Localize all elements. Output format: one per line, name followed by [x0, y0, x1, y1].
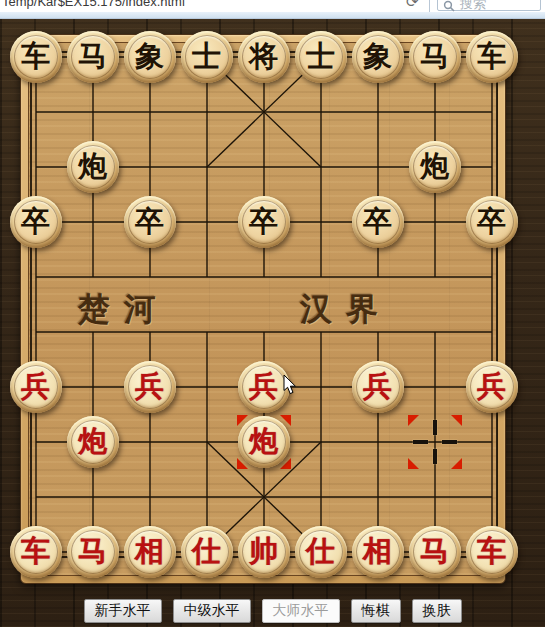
piece-character: 相: [135, 537, 164, 566]
piece-character: 帅: [249, 537, 278, 566]
piece-face: 帅: [242, 530, 286, 574]
crosshair-icon: [442, 440, 457, 444]
piece-character: 马: [420, 42, 449, 71]
piece-character: 仕: [192, 537, 221, 566]
piece-character: 将: [249, 42, 278, 71]
red-advisor-piece[interactable]: 仕: [181, 526, 233, 578]
marker-corner-icon: [408, 415, 419, 426]
page: { "game": "xiangqi", "position": { "fen"…: [0, 0, 545, 627]
piece-character: 车: [477, 42, 506, 71]
piece-face: 马: [413, 35, 457, 79]
novice-level-button[interactable]: 新手水平: [84, 599, 162, 623]
intermediate-level-button[interactable]: 中级水平: [173, 599, 251, 623]
piece-face: 车: [470, 530, 514, 574]
piece-character: 兵: [21, 372, 50, 401]
piece-character: 马: [420, 537, 449, 566]
black-horse-piece[interactable]: 马: [409, 31, 461, 83]
piece-face: 卒: [14, 200, 58, 244]
piece-face: 仕: [299, 530, 343, 574]
piece-face: 相: [128, 530, 172, 574]
intersection-0-0[interactable]: 车: [7, 29, 64, 84]
intersection-3-0[interactable]: 士: [178, 29, 235, 84]
piece-character: 象: [135, 42, 164, 71]
piece-character: 士: [306, 42, 335, 71]
intersection-2-0[interactable]: 象: [121, 29, 178, 84]
move-origin-marker: [407, 414, 463, 470]
red-chariot-piece[interactable]: 车: [466, 526, 518, 578]
intersection-6-3[interactable]: 卒: [349, 194, 406, 249]
black-soldier-piece[interactable]: 卒: [124, 196, 176, 248]
piece-character: 兵: [477, 372, 506, 401]
marker-corner-icon: [451, 458, 462, 469]
intersection-3-9[interactable]: 仕: [178, 524, 235, 579]
controls-bar: 新手水平中级水平大师水平悔棋换肤: [0, 599, 545, 623]
black-soldier-piece[interactable]: 卒: [352, 196, 404, 248]
black-advisor-piece[interactable]: 士: [295, 31, 347, 83]
piece-face: 兵: [470, 365, 514, 409]
piece-character: 兵: [363, 372, 392, 401]
intersection-6-9[interactable]: 相: [349, 524, 406, 579]
piece-character: 卒: [249, 207, 278, 236]
piece-face: 卒: [356, 200, 400, 244]
red-chariot-piece[interactable]: 车: [10, 526, 62, 578]
intersection-8-6[interactable]: 兵: [463, 359, 520, 414]
intersection-7-0[interactable]: 马: [406, 29, 463, 84]
red-soldier-piece[interactable]: 兵: [10, 361, 62, 413]
red-elephant-piece[interactable]: 相: [124, 526, 176, 578]
change-skin-button[interactable]: 换肤: [412, 599, 462, 623]
intersection-1-2[interactable]: 炮: [64, 139, 121, 194]
black-cannon-piece[interactable]: 炮: [409, 141, 461, 193]
piece-character: 相: [363, 537, 392, 566]
master-level-button[interactable]: 大师水平: [262, 599, 340, 623]
red-elephant-piece[interactable]: 相: [352, 526, 404, 578]
refresh-icon[interactable]: ⟳: [406, 0, 419, 11]
piece-character: 卒: [21, 207, 50, 236]
intersection-2-9[interactable]: 相: [121, 524, 178, 579]
undo-move-button[interactable]: 悔棋: [351, 599, 401, 623]
address-text: Temp/Kar$EX15.175/index.html: [2, 0, 185, 9]
piece-face: 兵: [356, 365, 400, 409]
piece-face: 马: [413, 530, 457, 574]
intersection-5-9[interactable]: 仕: [292, 524, 349, 579]
piece-face: 马: [71, 530, 115, 574]
red-advisor-piece[interactable]: 仕: [295, 526, 347, 578]
piece-face: 炮: [71, 420, 115, 464]
piece-character: 象: [363, 42, 392, 71]
piece-character: 兵: [135, 372, 164, 401]
board-grid: 车马象士将士象马车炮炮卒卒卒卒卒兵兵兵兵兵炮炮车马相仕帅仕相马车: [7, 29, 520, 579]
red-soldier-piece[interactable]: 兵: [238, 361, 290, 413]
piece-face: 士: [299, 35, 343, 79]
piece-character: 马: [78, 42, 107, 71]
piece-character: 卒: [477, 207, 506, 236]
intersection-4-0[interactable]: 将: [235, 29, 292, 84]
piece-character: 车: [21, 42, 50, 71]
red-cannon-piece[interactable]: 炮: [238, 416, 290, 468]
intersection-4-9[interactable]: 帅: [235, 524, 292, 579]
piece-face: 卒: [128, 200, 172, 244]
piece-face: 卒: [470, 200, 514, 244]
intersection-1-7[interactable]: 炮: [64, 414, 121, 469]
search-box[interactable]: 搜索: [437, 0, 541, 11]
search-icon: [443, 0, 455, 12]
black-elephant-piece[interactable]: 象: [124, 31, 176, 83]
piece-character: 炮: [78, 427, 107, 456]
intersection-2-3[interactable]: 卒: [121, 194, 178, 249]
intersection-5-0[interactable]: 士: [292, 29, 349, 84]
red-cannon-piece[interactable]: 炮: [67, 416, 119, 468]
black-soldier-piece[interactable]: 卒: [466, 196, 518, 248]
marker-corner-icon: [408, 458, 419, 469]
intersection-8-0[interactable]: 车: [463, 29, 520, 84]
piece-face: 象: [128, 35, 172, 79]
piece-character: 马: [78, 537, 107, 566]
intersection-0-6[interactable]: 兵: [7, 359, 64, 414]
intersection-7-9[interactable]: 马: [406, 524, 463, 579]
red-soldier-piece[interactable]: 兵: [352, 361, 404, 413]
piece-face: 相: [356, 530, 400, 574]
black-elephant-piece[interactable]: 象: [352, 31, 404, 83]
search-placeholder: 搜索: [460, 0, 486, 12]
intersection-0-3[interactable]: 卒: [7, 194, 64, 249]
intersection-7-2[interactable]: 炮: [406, 139, 463, 194]
toolbar-edge: [0, 12, 545, 19]
piece-face: 马: [71, 35, 115, 79]
marker-corner-icon: [451, 415, 462, 426]
piece-character: 炮: [420, 152, 449, 181]
intersection-0-9[interactable]: 车: [7, 524, 64, 579]
piece-character: 炮: [78, 152, 107, 181]
piece-character: 炮: [249, 427, 278, 456]
red-soldier-piece[interactable]: 兵: [124, 361, 176, 413]
intersection-6-0[interactable]: 象: [349, 29, 406, 84]
piece-face: 炮: [413, 145, 457, 189]
black-soldier-piece[interactable]: 卒: [238, 196, 290, 248]
piece-character: 仕: [306, 537, 335, 566]
piece-face: 仕: [185, 530, 229, 574]
intersection-8-9[interactable]: 车: [463, 524, 520, 579]
piece-face: 炮: [242, 420, 286, 464]
piece-character: 卒: [363, 207, 392, 236]
piece-face: 车: [470, 35, 514, 79]
piece-face: 象: [356, 35, 400, 79]
piece-face: 卒: [242, 200, 286, 244]
piece-character: 车: [21, 537, 50, 566]
intersection-4-6[interactable]: 兵: [235, 359, 292, 414]
crosshair-icon: [433, 420, 437, 435]
intersection-8-3[interactable]: 卒: [463, 194, 520, 249]
intersection-4-3[interactable]: 卒: [235, 194, 292, 249]
red-general-piece[interactable]: 帅: [238, 526, 290, 578]
intersection-6-6[interactable]: 兵: [349, 359, 406, 414]
move-origin-marker-cell: [406, 414, 463, 469]
piece-face: 兵: [14, 365, 58, 409]
piece-character: 士: [192, 42, 221, 71]
piece-face: 炮: [71, 145, 115, 189]
black-advisor-piece[interactable]: 士: [181, 31, 233, 83]
intersection-1-0[interactable]: 马: [64, 29, 121, 84]
black-soldier-piece[interactable]: 卒: [10, 196, 62, 248]
piece-face: 兵: [242, 365, 286, 409]
black-general-piece[interactable]: 将: [238, 31, 290, 83]
black-horse-piece[interactable]: 马: [67, 31, 119, 83]
piece-face: 士: [185, 35, 229, 79]
piece-character: 兵: [249, 372, 278, 401]
piece-character: 卒: [135, 207, 164, 236]
piece-face: 兵: [128, 365, 172, 409]
black-chariot-piece[interactable]: 车: [466, 31, 518, 83]
black-cannon-piece[interactable]: 炮: [67, 141, 119, 193]
red-horse-piece[interactable]: 马: [409, 526, 461, 578]
crosshair-icon: [413, 440, 428, 444]
intersection-2-6[interactable]: 兵: [121, 359, 178, 414]
piece-face: 车: [14, 35, 58, 79]
piece-face: 将: [242, 35, 286, 79]
crosshair-icon: [433, 449, 437, 464]
red-horse-piece[interactable]: 马: [67, 526, 119, 578]
intersection-1-9[interactable]: 马: [64, 524, 121, 579]
black-chariot-piece[interactable]: 车: [10, 31, 62, 83]
address-field[interactable]: Temp/Kar$EX15.175/index.html ⟳: [0, 0, 430, 12]
browser-address-bar: Temp/Kar$EX15.175/index.html ⟳ 搜索: [0, 0, 545, 12]
intersection-4-7[interactable]: 炮: [235, 414, 292, 469]
piece-character: 车: [477, 537, 506, 566]
red-soldier-piece[interactable]: 兵: [466, 361, 518, 413]
piece-face: 车: [14, 530, 58, 574]
